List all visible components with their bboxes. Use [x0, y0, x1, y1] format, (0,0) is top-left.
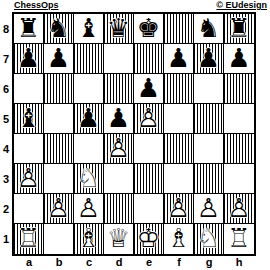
square-h6[interactable]	[224, 74, 254, 104]
square-c8[interactable]: ♝♝	[74, 14, 104, 44]
piece-white-pawn: ♟♙	[194, 194, 223, 223]
chessops-diagram-page: ChessOps © EUdesign 87654321 ♜♜♞♞♝♝♛♛♚♚♞…	[0, 0, 270, 270]
square-a7[interactable]: ♟♟	[14, 44, 44, 74]
piece-white-bishop: ♝♗	[164, 224, 193, 254]
piece-black-rook: ♜♜	[224, 14, 254, 43]
piece-black-queen: ♛♛	[104, 14, 133, 43]
square-d3[interactable]	[104, 164, 134, 194]
square-d4[interactable]: ♟♙	[104, 134, 134, 164]
square-d6[interactable]	[104, 74, 134, 104]
piece-black-pawn: ♟♟	[44, 44, 73, 73]
piece-white-bishop: ♝♗	[74, 224, 103, 254]
square-d1[interactable]: ♛♕	[104, 224, 134, 254]
square-g7[interactable]: ♟♟	[194, 44, 224, 74]
square-a3[interactable]: ♟♙	[14, 164, 44, 194]
square-c5[interactable]: ♟♟	[74, 104, 104, 134]
piece-black-king: ♚♚	[134, 14, 163, 43]
square-d2[interactable]	[104, 194, 134, 224]
square-a1[interactable]: ♜♖	[14, 224, 44, 254]
rank-label-7: 7	[0, 44, 12, 74]
piece-black-pawn: ♟♟	[194, 44, 223, 73]
square-c6[interactable]	[74, 74, 104, 104]
square-f5[interactable]	[164, 104, 194, 134]
square-f8[interactable]	[164, 14, 194, 44]
square-c1[interactable]: ♝♗	[74, 224, 104, 254]
app-link[interactable]: ChessOps	[14, 0, 59, 11]
chess-board: ♜♜♞♞♝♝♛♛♚♚♞♞♜♜♟♟♟♟♟♟♟♟♟♟♟♟♝♝♟♟♟♟♟♙♟♙♟♙♞♘…	[14, 14, 254, 254]
piece-white-knight: ♞♘	[74, 164, 103, 193]
piece-white-pawn: ♟♙	[74, 194, 103, 223]
square-b8[interactable]: ♞♞	[44, 14, 74, 44]
square-g8[interactable]: ♞♞	[194, 14, 224, 44]
square-h2[interactable]: ♟♙	[224, 194, 254, 224]
rank-label-1: 1	[0, 224, 12, 254]
file-label-d: d	[104, 257, 134, 268]
square-d8[interactable]: ♛♛	[104, 14, 134, 44]
rank-label-6: 6	[0, 74, 12, 104]
piece-white-rook: ♜♖	[14, 224, 43, 254]
piece-black-pawn: ♟♟	[74, 104, 103, 133]
square-g4[interactable]	[194, 134, 224, 164]
rank-labels: 87654321	[0, 14, 12, 254]
square-b7[interactable]: ♟♟	[44, 44, 74, 74]
square-a8[interactable]: ♜♜	[14, 14, 44, 44]
piece-white-king: ♚♔	[134, 224, 163, 254]
square-a6[interactable]	[14, 74, 44, 104]
square-c7[interactable]	[74, 44, 104, 74]
board-frame: ♜♜♞♞♝♝♛♛♚♚♞♞♜♜♟♟♟♟♟♟♟♟♟♟♟♟♝♝♟♟♟♟♟♙♟♙♟♙♞♘…	[12, 12, 256, 256]
file-label-b: b	[44, 257, 74, 268]
square-e2[interactable]	[134, 194, 164, 224]
piece-white-knight: ♞♘	[194, 224, 223, 254]
square-b1[interactable]	[44, 224, 74, 254]
square-g1[interactable]: ♞♘	[194, 224, 224, 254]
file-label-c: c	[74, 257, 104, 268]
piece-black-rook: ♜♜	[14, 14, 43, 43]
piece-white-pawn: ♟♙	[164, 194, 193, 223]
square-f4[interactable]	[164, 134, 194, 164]
square-a4[interactable]	[14, 134, 44, 164]
square-h3[interactable]	[224, 164, 254, 194]
square-b3[interactable]	[44, 164, 74, 194]
piece-white-pawn: ♟♙	[44, 194, 73, 223]
square-e1[interactable]: ♚♔	[134, 224, 164, 254]
square-a2[interactable]	[14, 194, 44, 224]
square-c4[interactable]	[74, 134, 104, 164]
square-e4[interactable]	[134, 134, 164, 164]
file-labels: abcdefgh	[14, 257, 254, 268]
piece-white-pawn: ♟♙	[134, 104, 163, 133]
file-label-a: a	[14, 257, 44, 268]
square-h7[interactable]: ♟♟	[224, 44, 254, 74]
file-label-h: h	[224, 257, 254, 268]
credit-link[interactable]: © EUdesign	[216, 0, 267, 11]
square-a5[interactable]: ♝♝	[14, 104, 44, 134]
square-e7[interactable]	[134, 44, 164, 74]
piece-white-pawn: ♟♙	[224, 194, 254, 223]
piece-white-rook: ♜♖	[224, 224, 254, 254]
piece-black-bishop: ♝♝	[14, 104, 43, 133]
square-b2[interactable]: ♟♙	[44, 194, 74, 224]
square-f7[interactable]: ♟♟	[164, 44, 194, 74]
square-g2[interactable]: ♟♙	[194, 194, 224, 224]
piece-black-knight: ♞♞	[44, 14, 73, 43]
piece-black-pawn: ♟♟	[134, 74, 163, 103]
square-c2[interactable]: ♟♙	[74, 194, 104, 224]
rank-label-4: 4	[0, 134, 12, 164]
square-d5[interactable]: ♟♟	[104, 104, 134, 134]
header: ChessOps © EUdesign	[14, 0, 267, 12]
square-f2[interactable]: ♟♙	[164, 194, 194, 224]
piece-black-knight: ♞♞	[194, 14, 223, 43]
square-h4[interactable]	[224, 134, 254, 164]
file-label-g: g	[194, 257, 224, 268]
square-h5[interactable]	[224, 104, 254, 134]
rank-label-3: 3	[0, 164, 12, 194]
piece-white-queen: ♛♕	[104, 224, 133, 254]
square-e8[interactable]: ♚♚	[134, 14, 164, 44]
piece-white-pawn: ♟♙	[14, 164, 43, 193]
rank-label-2: 2	[0, 194, 12, 224]
piece-black-pawn: ♟♟	[104, 104, 133, 133]
square-g5[interactable]	[194, 104, 224, 134]
square-b6[interactable]	[44, 74, 74, 104]
rank-label-8: 8	[0, 14, 12, 44]
square-g3[interactable]	[194, 164, 224, 194]
square-f1[interactable]: ♝♗	[164, 224, 194, 254]
square-e3[interactable]	[134, 164, 164, 194]
square-e6[interactable]: ♟♟	[134, 74, 164, 104]
file-label-e: e	[134, 257, 164, 268]
square-c3[interactable]: ♞♘	[74, 164, 104, 194]
rank-label-5: 5	[0, 104, 12, 134]
square-b4[interactable]	[44, 134, 74, 164]
square-h1[interactable]: ♜♖	[224, 224, 254, 254]
piece-white-pawn: ♟♙	[104, 134, 133, 163]
piece-black-pawn: ♟♟	[164, 44, 193, 73]
piece-black-pawn: ♟♟	[14, 44, 43, 73]
piece-black-pawn: ♟♟	[224, 44, 254, 73]
square-h8[interactable]: ♜♜	[224, 14, 254, 44]
square-d7[interactable]	[104, 44, 134, 74]
square-b5[interactable]	[44, 104, 74, 134]
piece-black-bishop: ♝♝	[74, 14, 103, 43]
square-f3[interactable]	[164, 164, 194, 194]
file-label-f: f	[164, 257, 194, 268]
square-f6[interactable]	[164, 74, 194, 104]
square-e5[interactable]: ♟♙	[134, 104, 164, 134]
square-g6[interactable]	[194, 74, 224, 104]
